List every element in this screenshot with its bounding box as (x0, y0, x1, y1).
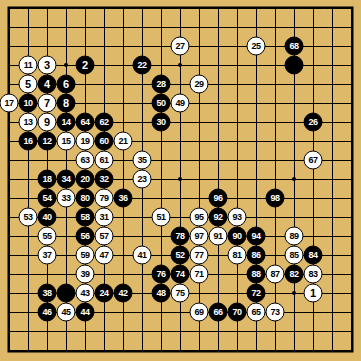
stone-W31-F8: 31 (95, 208, 114, 227)
stone-W45-D3: 45 (57, 303, 76, 322)
stone-W63-E11: 63 (76, 151, 95, 170)
stone-B42-G4: 42 (114, 284, 133, 303)
stone-B50-J14: 50 (152, 94, 171, 113)
handicap-stone-Q16 (285, 56, 304, 75)
stone-B56-E7: 56 (76, 227, 95, 246)
stone-B72-O4: 72 (247, 284, 266, 303)
stone-W3-C16: 3 (38, 56, 57, 75)
stone-B48-J4: 48 (152, 284, 171, 303)
stone-B44-E3: 44 (76, 303, 95, 322)
stone-B30-J13: 30 (152, 113, 171, 132)
stone-B4-C15: 4 (38, 75, 57, 94)
stone-B68-Q17: 68 (285, 37, 304, 56)
star-point (178, 63, 182, 67)
stone-B2-E16: 2 (76, 56, 95, 75)
stone-W57-F7: 57 (95, 227, 114, 246)
stone-W39-E5: 39 (76, 265, 95, 284)
stone-B80-E9: 80 (76, 189, 95, 208)
stone-B14-D13: 14 (57, 113, 76, 132)
star-point (178, 177, 182, 181)
stone-W29-L15: 29 (190, 75, 209, 94)
stone-W27-K17: 27 (171, 37, 190, 56)
stone-B58-E8: 58 (76, 208, 95, 227)
stone-W19-E12: 19 (76, 132, 95, 151)
stone-B60-F12: 60 (95, 132, 114, 151)
stone-W1-R4: 1 (304, 284, 323, 303)
stone-W23-H10: 23 (133, 170, 152, 189)
stone-W77-L6: 77 (190, 246, 209, 265)
stone-W69-L3: 69 (190, 303, 209, 322)
stone-B94-O7: 94 (247, 227, 266, 246)
stone-W9-C13: 9 (38, 113, 57, 132)
stone-W55-C7: 55 (38, 227, 57, 246)
stone-W97-L7: 97 (190, 227, 209, 246)
stone-W15-D12: 15 (57, 132, 76, 151)
stone-W47-F6: 47 (95, 246, 114, 265)
star-point (64, 63, 68, 67)
stone-B28-J15: 28 (152, 75, 171, 94)
go-board: 1234567891011121314151617181920212223242… (0, 0, 361, 361)
stone-B70-N3: 70 (228, 303, 247, 322)
stone-B86-O6: 86 (247, 246, 266, 265)
stone-W91-M7: 91 (209, 227, 228, 246)
handicap-stone-D4 (57, 284, 76, 303)
stone-W87-P5: 87 (266, 265, 285, 284)
stone-B78-K7: 78 (171, 227, 190, 246)
stone-W95-L8: 95 (190, 208, 209, 227)
stone-B66-M3: 66 (209, 303, 228, 322)
star-point (292, 291, 296, 295)
stone-W71-L5: 71 (190, 265, 209, 284)
stone-B24-F4: 24 (95, 284, 114, 303)
stone-W75-K4: 75 (171, 284, 190, 303)
stone-B84-R6: 84 (304, 246, 323, 265)
stone-W67-R11: 67 (304, 151, 323, 170)
stone-W53-B8: 53 (19, 208, 38, 227)
stone-W59-E6: 59 (76, 246, 95, 265)
stone-B38-C4: 38 (38, 284, 57, 303)
stone-B34-D10: 34 (57, 170, 76, 189)
stone-B64-E13: 64 (76, 113, 95, 132)
stone-W33-D9: 33 (57, 189, 76, 208)
stone-B90-N7: 90 (228, 227, 247, 246)
stone-B20-E10: 20 (76, 170, 95, 189)
stone-W17-A14: 17 (0, 94, 19, 113)
stone-B76-J5: 76 (152, 265, 171, 284)
stone-W21-G12: 21 (114, 132, 133, 151)
stone-W25-O17: 25 (247, 37, 266, 56)
stone-W73-P3: 73 (266, 303, 285, 322)
stone-B46-C3: 46 (38, 303, 57, 322)
stone-B52-K6: 52 (171, 246, 190, 265)
stone-B74-K5: 74 (171, 265, 190, 284)
stone-B54-C9: 54 (38, 189, 57, 208)
stone-B36-G9: 36 (114, 189, 133, 208)
stone-B12-C12: 12 (38, 132, 57, 151)
stone-B10-B14: 10 (19, 94, 38, 113)
stone-B40-C8: 40 (38, 208, 57, 227)
stone-W89-Q7: 89 (285, 227, 304, 246)
stone-B8-D14: 8 (57, 94, 76, 113)
stone-W37-C6: 37 (38, 246, 57, 265)
stone-W93-N8: 93 (228, 208, 247, 227)
stone-W11-B16: 11 (19, 56, 38, 75)
stone-B92-M8: 92 (209, 208, 228, 227)
stone-W83-R5: 83 (304, 265, 323, 284)
stone-B6-D15: 6 (57, 75, 76, 94)
stone-W7-C14: 7 (38, 94, 57, 113)
stone-B88-O5: 88 (247, 265, 266, 284)
stone-B18-C10: 18 (38, 170, 57, 189)
stone-W51-J8: 51 (152, 208, 171, 227)
stone-W41-H6: 41 (133, 246, 152, 265)
stone-W13-B13: 13 (19, 113, 38, 132)
stone-W61-F11: 61 (95, 151, 114, 170)
stone-W35-H11: 35 (133, 151, 152, 170)
stone-W79-F9: 79 (95, 189, 114, 208)
stone-B82-Q5: 82 (285, 265, 304, 284)
stone-W43-E4: 43 (76, 284, 95, 303)
stone-W5-B15: 5 (19, 75, 38, 94)
stone-W49-K14: 49 (171, 94, 190, 113)
stone-B98-P9: 98 (266, 189, 285, 208)
stone-B96-M9: 96 (209, 189, 228, 208)
stone-B32-F10: 32 (95, 170, 114, 189)
star-point (292, 177, 296, 181)
stone-W85-Q6: 85 (285, 246, 304, 265)
stone-B16-B12: 16 (19, 132, 38, 151)
stone-W65-O3: 65 (247, 303, 266, 322)
stone-B62-F13: 62 (95, 113, 114, 132)
stone-W81-N6: 81 (228, 246, 247, 265)
stone-B22-H16: 22 (133, 56, 152, 75)
stone-B26-R13: 26 (304, 113, 323, 132)
